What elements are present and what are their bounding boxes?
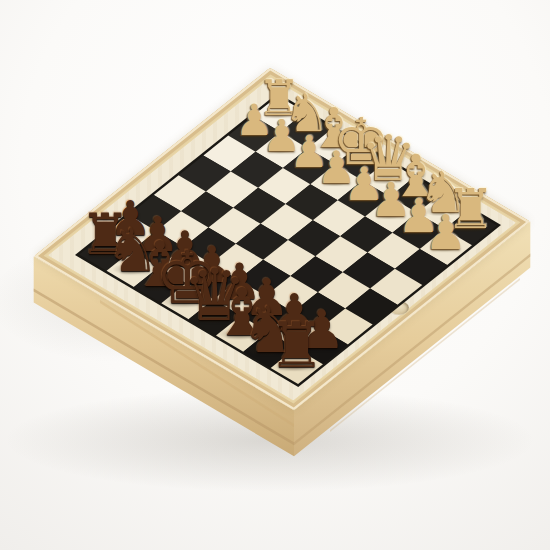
product-photo-scene: ♜♞♝♛♚♝♞♜♟♟♟♟♟♟♟♟♟♟♟♟♟♟♟♟♜♞♝♛♚♝♞♜	[0, 0, 550, 550]
